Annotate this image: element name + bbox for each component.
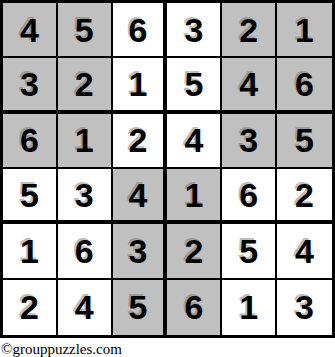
cell-r5c3[interactable]: 3 bbox=[113, 224, 168, 279]
cell-r1c3[interactable]: 6 bbox=[113, 3, 168, 58]
cell-r1c4[interactable]: 3 bbox=[167, 3, 222, 58]
cell-r3c1[interactable]: 6 bbox=[3, 114, 58, 169]
cell-r3c5[interactable]: 3 bbox=[222, 114, 277, 169]
cell-r1c1[interactable]: 4 bbox=[3, 3, 58, 58]
copyright-text: ©grouppuzzles.com bbox=[1, 341, 122, 357]
cell-r2c3[interactable]: 1 bbox=[113, 58, 168, 113]
cell-r6c2[interactable]: 4 bbox=[58, 280, 113, 335]
cell-r4c6[interactable]: 2 bbox=[277, 169, 332, 224]
cell-r2c1[interactable]: 3 bbox=[3, 58, 58, 113]
cell-r4c2[interactable]: 3 bbox=[58, 169, 113, 224]
cell-r5c4[interactable]: 2 bbox=[167, 224, 222, 279]
cell-r6c5[interactable]: 1 bbox=[222, 280, 277, 335]
cell-r2c5[interactable]: 4 bbox=[222, 58, 277, 113]
cell-r6c1[interactable]: 2 bbox=[3, 280, 58, 335]
cell-r3c3[interactable]: 2 bbox=[113, 114, 168, 169]
cell-r5c1[interactable]: 1 bbox=[3, 224, 58, 279]
cell-r5c5[interactable]: 5 bbox=[222, 224, 277, 279]
cell-r2c2[interactable]: 2 bbox=[58, 58, 113, 113]
sudoku-board: 456321321546612435534162163254245613 bbox=[0, 0, 335, 338]
cell-r4c3[interactable]: 4 bbox=[113, 169, 168, 224]
cell-r2c6[interactable]: 6 bbox=[277, 58, 332, 113]
cell-r4c1[interactable]: 5 bbox=[3, 169, 58, 224]
cell-r6c4[interactable]: 6 bbox=[167, 280, 222, 335]
cell-r1c5[interactable]: 2 bbox=[222, 3, 277, 58]
cell-r3c4[interactable]: 4 bbox=[167, 114, 222, 169]
cell-r4c4[interactable]: 1 bbox=[167, 169, 222, 224]
cell-r4c5[interactable]: 6 bbox=[222, 169, 277, 224]
cell-r2c4[interactable]: 5 bbox=[167, 58, 222, 113]
puzzle-page: 456321321546612435534162163254245613 ©gr… bbox=[0, 0, 335, 357]
cell-r1c6[interactable]: 1 bbox=[277, 3, 332, 58]
cell-r3c2[interactable]: 1 bbox=[58, 114, 113, 169]
cell-r1c2[interactable]: 5 bbox=[58, 3, 113, 58]
cell-r6c6[interactable]: 3 bbox=[277, 280, 332, 335]
cell-r3c6[interactable]: 5 bbox=[277, 114, 332, 169]
cell-r5c2[interactable]: 6 bbox=[58, 224, 113, 279]
cell-r6c3[interactable]: 5 bbox=[113, 280, 168, 335]
cell-r5c6[interactable]: 4 bbox=[277, 224, 332, 279]
